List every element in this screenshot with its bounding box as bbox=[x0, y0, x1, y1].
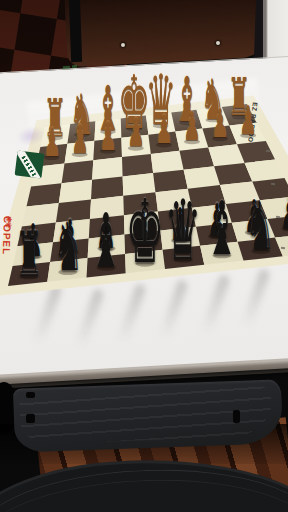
piece-black-king: ♚ bbox=[125, 189, 164, 277]
piece-white-pawn: ♟ bbox=[99, 117, 117, 157]
piece-black-rook: ♜ bbox=[285, 193, 288, 255]
piece-black-bishop: ♝ bbox=[205, 192, 238, 266]
photo-scene: ✳✳COPEL EZ RÁPIDO ♜♞♝♚♛♝♞♜♟♟♟♟♟♟♟♟♟♟♟♟♟♟… bbox=[0, 0, 288, 512]
piece-black-bishop: ♝ bbox=[90, 205, 123, 279]
piece-white-pawn: ♟ bbox=[43, 123, 61, 163]
piece-white-pawn: ♟ bbox=[239, 101, 257, 141]
piece-white-pawn: ♟ bbox=[183, 107, 201, 147]
piece-white-pawn: ♟ bbox=[127, 114, 145, 154]
pieces-layer: ♜♞♝♚♛♝♞♜♟♟♟♟♟♟♟♟♟♟♟♟♟♟♟♟♜♞♝♚♛♝♞♜ bbox=[0, 0, 288, 512]
piece-black-queen: ♛ bbox=[165, 188, 202, 271]
piece-black-rook: ♜ bbox=[15, 223, 43, 285]
piece-black-knight: ♞ bbox=[53, 215, 83, 282]
piece-white-pawn: ♟ bbox=[71, 120, 89, 160]
piece-white-pawn: ♟ bbox=[211, 104, 229, 144]
piece-white-pawn: ♟ bbox=[155, 111, 173, 151]
piece-black-knight: ♞ bbox=[245, 194, 275, 261]
